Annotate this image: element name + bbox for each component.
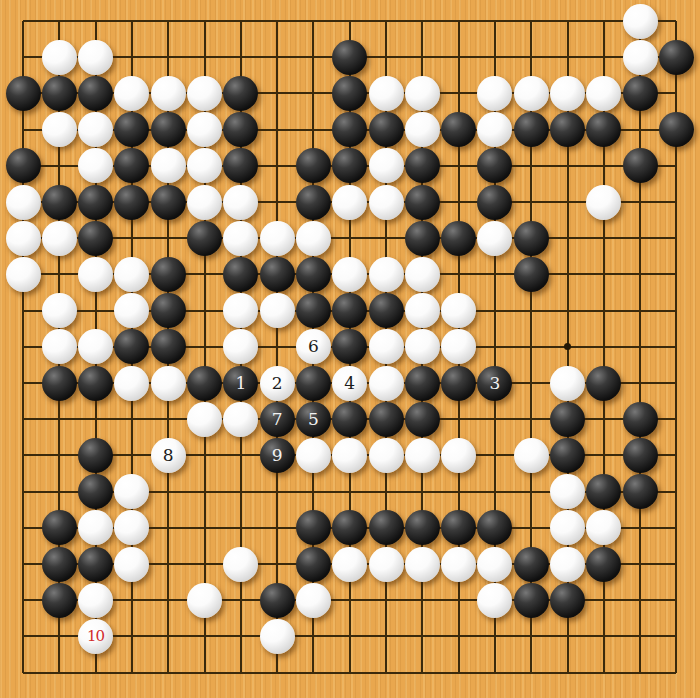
stone-black <box>477 510 512 545</box>
stone-black <box>78 547 113 582</box>
stone-black <box>114 329 149 364</box>
stone-white <box>78 40 113 75</box>
grid-line-vertical <box>639 21 641 673</box>
stone-black <box>550 583 585 618</box>
stone-black <box>369 112 404 147</box>
stone-black <box>42 366 77 401</box>
stone-black <box>332 40 367 75</box>
stone-white <box>78 583 113 618</box>
stone-white <box>477 112 512 147</box>
stone-black <box>78 185 113 220</box>
stone-white <box>332 547 367 582</box>
stone-white <box>332 185 367 220</box>
stone-white <box>623 40 658 75</box>
stone-white <box>187 185 222 220</box>
stone-black <box>514 257 549 292</box>
stone-white <box>187 76 222 111</box>
stone-white-move-6: 6 <box>296 329 331 364</box>
stone-black <box>296 185 331 220</box>
move-number-label: 6 <box>308 338 319 355</box>
stone-white-move-8: 8 <box>151 438 186 473</box>
star-point <box>564 343 571 350</box>
grid-line-horizontal <box>23 635 676 637</box>
stone-black <box>296 547 331 582</box>
stone-white <box>6 257 41 292</box>
go-board[interactable]: 61243758910 <box>0 0 700 698</box>
stone-black <box>42 510 77 545</box>
stone-black <box>441 510 476 545</box>
stone-black <box>332 329 367 364</box>
stone-white <box>550 510 585 545</box>
stone-black <box>623 148 658 183</box>
stone-white <box>477 583 512 618</box>
stone-white <box>441 438 476 473</box>
stone-white <box>260 293 295 328</box>
move-number-label: 8 <box>163 447 174 464</box>
stone-white <box>151 148 186 183</box>
stone-white <box>223 402 258 437</box>
stone-white <box>296 583 331 618</box>
stone-black <box>405 148 440 183</box>
stone-white <box>405 112 440 147</box>
stone-white-move-2: 2 <box>260 366 295 401</box>
stone-white <box>187 112 222 147</box>
stone-white <box>223 293 258 328</box>
stone-black <box>223 257 258 292</box>
stone-black <box>6 76 41 111</box>
stone-white <box>477 76 512 111</box>
stone-white <box>114 510 149 545</box>
stone-black <box>623 474 658 509</box>
stone-white <box>78 329 113 364</box>
stone-black <box>223 148 258 183</box>
stone-white <box>369 185 404 220</box>
stone-black <box>151 329 186 364</box>
stone-white <box>78 510 113 545</box>
stone-white <box>369 76 404 111</box>
stone-white <box>623 4 658 39</box>
stone-black <box>78 366 113 401</box>
stone-black <box>187 221 222 256</box>
stone-white <box>223 547 258 582</box>
stone-white <box>477 221 512 256</box>
stone-black <box>659 112 694 147</box>
stone-white <box>223 185 258 220</box>
stone-black <box>514 547 549 582</box>
stone-black <box>550 112 585 147</box>
stone-white <box>296 438 331 473</box>
go-app-window: 61243758910 <box>0 0 700 698</box>
stone-white <box>441 329 476 364</box>
stone-black <box>586 112 621 147</box>
stone-black <box>514 221 549 256</box>
stone-black <box>369 510 404 545</box>
stone-black <box>260 257 295 292</box>
stone-white <box>260 619 295 654</box>
stone-white <box>42 221 77 256</box>
stone-black <box>223 112 258 147</box>
stone-white <box>441 547 476 582</box>
stone-black <box>296 366 331 401</box>
stone-white <box>405 257 440 292</box>
stone-black <box>586 366 621 401</box>
stone-white <box>187 402 222 437</box>
stone-black <box>114 148 149 183</box>
stone-white <box>78 257 113 292</box>
grid-line-horizontal <box>23 672 676 674</box>
stone-white <box>550 76 585 111</box>
stone-white <box>514 76 549 111</box>
stone-black <box>78 438 113 473</box>
stone-black <box>332 148 367 183</box>
stone-white-move-10: 10 <box>78 619 113 654</box>
stone-black <box>296 257 331 292</box>
stone-black <box>260 583 295 618</box>
stone-black <box>332 293 367 328</box>
stone-white <box>405 293 440 328</box>
stone-white <box>42 293 77 328</box>
stone-black <box>441 366 476 401</box>
move-number-label: 9 <box>272 447 283 464</box>
stone-black <box>623 76 658 111</box>
stone-black <box>586 547 621 582</box>
stone-black <box>78 474 113 509</box>
stone-white <box>550 474 585 509</box>
stone-black <box>369 293 404 328</box>
stone-black <box>332 112 367 147</box>
stone-black-move-1: 1 <box>223 366 258 401</box>
stone-white <box>405 547 440 582</box>
stone-black <box>623 402 658 437</box>
stone-black <box>623 438 658 473</box>
stone-white <box>260 221 295 256</box>
stone-white <box>332 257 367 292</box>
stone-black <box>42 583 77 618</box>
stone-black <box>332 402 367 437</box>
stone-white <box>187 583 222 618</box>
stone-white <box>369 148 404 183</box>
move-number-label: 7 <box>272 411 283 428</box>
stone-white <box>369 366 404 401</box>
stone-black <box>151 112 186 147</box>
stone-white <box>6 221 41 256</box>
stone-white <box>405 438 440 473</box>
stone-black <box>405 510 440 545</box>
move-number-label: 2 <box>272 375 283 392</box>
stone-black <box>405 185 440 220</box>
stone-white <box>586 76 621 111</box>
stone-black <box>586 474 621 509</box>
move-number-label: 5 <box>308 411 319 428</box>
stone-white <box>187 148 222 183</box>
stone-white <box>441 293 476 328</box>
move-number-label: 3 <box>489 375 500 392</box>
stone-black <box>296 148 331 183</box>
stone-black <box>42 76 77 111</box>
stone-black <box>514 112 549 147</box>
stone-white <box>114 547 149 582</box>
stone-black <box>151 293 186 328</box>
stone-white <box>78 148 113 183</box>
stone-white <box>405 329 440 364</box>
stone-black <box>151 257 186 292</box>
stone-black <box>550 402 585 437</box>
stone-black <box>223 76 258 111</box>
stone-white <box>586 185 621 220</box>
stone-black <box>296 510 331 545</box>
stone-white <box>114 474 149 509</box>
stone-black <box>477 185 512 220</box>
stone-white <box>114 257 149 292</box>
stone-black <box>42 547 77 582</box>
stone-black <box>332 76 367 111</box>
stone-black <box>78 221 113 256</box>
stone-black <box>550 438 585 473</box>
stone-white <box>369 547 404 582</box>
stone-black-move-9: 9 <box>260 438 295 473</box>
stone-white <box>332 438 367 473</box>
stone-black <box>441 221 476 256</box>
stone-white <box>6 185 41 220</box>
move-number-label: 4 <box>344 375 355 392</box>
stone-black <box>114 185 149 220</box>
stone-white <box>405 76 440 111</box>
stone-black <box>6 148 41 183</box>
stone-white <box>369 438 404 473</box>
stone-white <box>151 76 186 111</box>
stone-black <box>441 112 476 147</box>
stone-white <box>550 366 585 401</box>
stone-white <box>586 510 621 545</box>
stone-white-move-4: 4 <box>332 366 367 401</box>
stone-white <box>78 112 113 147</box>
stone-black-move-5: 5 <box>296 402 331 437</box>
stone-white <box>369 329 404 364</box>
stone-black <box>78 76 113 111</box>
stone-white <box>151 366 186 401</box>
stone-white <box>296 221 331 256</box>
move-number-label: 10 <box>87 629 104 644</box>
stone-black-move-3: 3 <box>477 366 512 401</box>
stone-black <box>42 185 77 220</box>
stone-white <box>369 257 404 292</box>
stone-black <box>405 366 440 401</box>
stone-white <box>477 547 512 582</box>
stone-black <box>514 583 549 618</box>
stone-white <box>114 366 149 401</box>
stone-white <box>550 547 585 582</box>
stone-black <box>477 148 512 183</box>
stone-white <box>42 112 77 147</box>
stone-black <box>405 221 440 256</box>
stone-white <box>223 221 258 256</box>
stone-white <box>42 40 77 75</box>
stone-white <box>114 76 149 111</box>
move-number-label: 1 <box>235 375 246 392</box>
stone-black-move-7: 7 <box>260 402 295 437</box>
stone-white <box>223 329 258 364</box>
stone-black <box>187 366 222 401</box>
stone-white <box>42 329 77 364</box>
stone-black <box>296 293 331 328</box>
stone-black <box>151 185 186 220</box>
stone-black <box>405 402 440 437</box>
stone-black <box>369 402 404 437</box>
stone-black <box>332 510 367 545</box>
stone-black <box>114 112 149 147</box>
stone-white <box>514 438 549 473</box>
stone-black <box>659 40 694 75</box>
stone-white <box>114 293 149 328</box>
